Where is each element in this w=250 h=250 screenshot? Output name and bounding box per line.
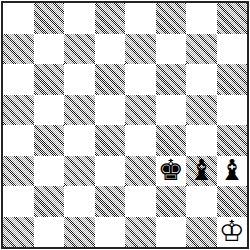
square-d3[interactable]: [95, 156, 126, 187]
square-c8[interactable]: [64, 3, 95, 34]
square-g8[interactable]: [186, 3, 217, 34]
square-e1[interactable]: [125, 217, 156, 248]
square-h4[interactable]: [217, 125, 248, 156]
square-b1[interactable]: [34, 217, 65, 248]
square-h5[interactable]: [217, 95, 248, 126]
square-b6[interactable]: [34, 64, 65, 95]
square-c5[interactable]: [64, 95, 95, 126]
square-f3[interactable]: ♚: [156, 156, 187, 187]
square-b5[interactable]: [34, 95, 65, 126]
square-g7[interactable]: [186, 34, 217, 65]
square-f4[interactable]: [156, 125, 187, 156]
square-e5[interactable]: [125, 95, 156, 126]
square-g5[interactable]: [186, 95, 217, 126]
square-e7[interactable]: [125, 34, 156, 65]
square-a8[interactable]: [3, 3, 34, 34]
chess-diagram: ♚♝♝♔: [0, 0, 250, 250]
square-a1[interactable]: [3, 217, 34, 248]
square-b8[interactable]: [34, 3, 65, 34]
square-a4[interactable]: [3, 125, 34, 156]
square-c2[interactable]: [64, 186, 95, 217]
square-b3[interactable]: [34, 156, 65, 187]
square-b4[interactable]: [34, 125, 65, 156]
square-b7[interactable]: [34, 34, 65, 65]
square-e3[interactable]: [125, 156, 156, 187]
black-bishop: ♝: [219, 156, 245, 185]
chess-board: ♚♝♝♔: [1, 1, 249, 249]
square-f5[interactable]: [156, 95, 187, 126]
square-g4[interactable]: [186, 125, 217, 156]
square-a2[interactable]: [3, 186, 34, 217]
square-f1[interactable]: [156, 217, 187, 248]
black-bishop: ♝: [188, 156, 214, 185]
square-b2[interactable]: [34, 186, 65, 217]
square-c3[interactable]: [64, 156, 95, 187]
square-e6[interactable]: [125, 64, 156, 95]
square-a7[interactable]: [3, 34, 34, 65]
square-d2[interactable]: [95, 186, 126, 217]
square-h7[interactable]: [217, 34, 248, 65]
square-d7[interactable]: [95, 34, 126, 65]
square-d6[interactable]: [95, 64, 126, 95]
square-f8[interactable]: [156, 3, 187, 34]
square-a5[interactable]: [3, 95, 34, 126]
square-d5[interactable]: [95, 95, 126, 126]
black-king: ♚: [158, 156, 184, 185]
square-c4[interactable]: [64, 125, 95, 156]
square-f7[interactable]: [156, 34, 187, 65]
square-g3[interactable]: ♝: [186, 156, 217, 187]
square-h3[interactable]: ♝: [217, 156, 248, 187]
square-c1[interactable]: [64, 217, 95, 248]
square-e8[interactable]: [125, 3, 156, 34]
square-d8[interactable]: [95, 3, 126, 34]
square-d4[interactable]: [95, 125, 126, 156]
square-a3[interactable]: [3, 156, 34, 187]
square-h2[interactable]: [217, 186, 248, 217]
square-f6[interactable]: [156, 64, 187, 95]
square-a6[interactable]: [3, 64, 34, 95]
square-h1[interactable]: ♔: [217, 217, 248, 248]
square-c6[interactable]: [64, 64, 95, 95]
square-h6[interactable]: [217, 64, 248, 95]
white-king: ♔: [219, 217, 245, 246]
square-g6[interactable]: [186, 64, 217, 95]
square-e2[interactable]: [125, 186, 156, 217]
square-g2[interactable]: [186, 186, 217, 217]
square-h8[interactable]: [217, 3, 248, 34]
square-f2[interactable]: [156, 186, 187, 217]
square-d1[interactable]: [95, 217, 126, 248]
square-e4[interactable]: [125, 125, 156, 156]
square-c7[interactable]: [64, 34, 95, 65]
square-g1[interactable]: [186, 217, 217, 248]
